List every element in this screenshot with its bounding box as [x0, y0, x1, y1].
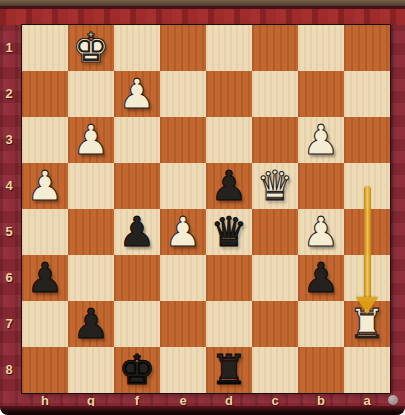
square-h7[interactable] — [22, 301, 68, 347]
square-b3[interactable]: ♟ — [298, 117, 344, 163]
square-c6[interactable] — [252, 255, 298, 301]
square-a8[interactable] — [344, 347, 390, 393]
piece-white-rook-a7[interactable]: ♜ — [349, 301, 386, 347]
piece-black-pawn-b6[interactable]: ♟ — [303, 255, 340, 301]
piece-black-pawn-h6[interactable]: ♟ — [27, 255, 64, 301]
rank-label-3: 3 — [1, 132, 17, 147]
square-d2[interactable] — [206, 71, 252, 117]
piece-white-pawn-h4[interactable]: ♟ — [27, 163, 64, 209]
square-c7[interactable] — [252, 301, 298, 347]
square-a6[interactable] — [344, 255, 390, 301]
square-h4[interactable]: ♟ — [22, 163, 68, 209]
square-f4[interactable] — [114, 163, 160, 209]
square-h6[interactable]: ♟ — [22, 255, 68, 301]
piece-black-pawn-f5[interactable]: ♟ — [119, 209, 156, 255]
square-d7[interactable] — [206, 301, 252, 347]
square-c5[interactable] — [252, 209, 298, 255]
square-e8[interactable] — [160, 347, 206, 393]
piece-black-pawn-g7[interactable]: ♟ — [73, 301, 110, 347]
square-g7[interactable]: ♟ — [68, 301, 114, 347]
square-g6[interactable] — [68, 255, 114, 301]
square-b8[interactable] — [298, 347, 344, 393]
square-c1[interactable] — [252, 25, 298, 71]
square-e1[interactable] — [160, 25, 206, 71]
square-a2[interactable] — [344, 71, 390, 117]
square-f6[interactable] — [114, 255, 160, 301]
rank-label-1: 1 — [1, 40, 17, 55]
piece-white-queen-c4[interactable]: ♛ — [257, 163, 294, 209]
square-b6[interactable]: ♟ — [298, 255, 344, 301]
square-a4[interactable] — [344, 163, 390, 209]
square-c3[interactable] — [252, 117, 298, 163]
square-g5[interactable] — [68, 209, 114, 255]
square-g2[interactable] — [68, 71, 114, 117]
square-f5[interactable]: ♟ — [114, 209, 160, 255]
square-g3[interactable]: ♟ — [68, 117, 114, 163]
corner-dot-icon — [388, 395, 398, 405]
square-d8[interactable]: ♜ — [206, 347, 252, 393]
piece-black-queen-d5[interactable]: ♛ — [211, 209, 248, 255]
piece-black-king-f8[interactable]: ♚ — [119, 347, 156, 393]
square-a1[interactable] — [344, 25, 390, 71]
square-b4[interactable] — [298, 163, 344, 209]
square-f2[interactable]: ♟ — [114, 71, 160, 117]
rank-label-7: 7 — [1, 316, 17, 331]
bottom-wood-band — [0, 406, 405, 415]
piece-white-pawn-g3[interactable]: ♟ — [73, 117, 110, 163]
square-h8[interactable] — [22, 347, 68, 393]
square-e3[interactable] — [160, 117, 206, 163]
square-c2[interactable] — [252, 71, 298, 117]
square-e5[interactable]: ♟ — [160, 209, 206, 255]
square-f8[interactable]: ♚ — [114, 347, 160, 393]
square-d4[interactable]: ♟ — [206, 163, 252, 209]
frame-top-band — [0, 9, 405, 25]
rank-label-2: 2 — [1, 86, 17, 101]
square-d1[interactable] — [206, 25, 252, 71]
square-b7[interactable] — [298, 301, 344, 347]
square-e7[interactable] — [160, 301, 206, 347]
square-a3[interactable] — [344, 117, 390, 163]
square-f3[interactable] — [114, 117, 160, 163]
rank-label-8: 8 — [1, 362, 17, 377]
piece-black-rook-d8[interactable]: ♜ — [211, 347, 248, 393]
square-f7[interactable] — [114, 301, 160, 347]
square-h5[interactable] — [22, 209, 68, 255]
square-a7[interactable]: ♜ — [344, 301, 390, 347]
square-g1[interactable]: ♚ — [68, 25, 114, 71]
square-g8[interactable] — [68, 347, 114, 393]
board-frame: ♚♟♟♟♟♟♛♟♟♛♟♟♟♟♜♚♜ — [22, 25, 390, 393]
square-b5[interactable]: ♟ — [298, 209, 344, 255]
chess-board[interactable]: ♚♟♟♟♟♟♛♟♟♛♟♟♟♟♜♚♜ — [22, 25, 390, 393]
square-d5[interactable]: ♛ — [206, 209, 252, 255]
square-c4[interactable]: ♛ — [252, 163, 298, 209]
square-d3[interactable] — [206, 117, 252, 163]
square-e4[interactable] — [160, 163, 206, 209]
piece-white-pawn-f2[interactable]: ♟ — [119, 71, 156, 117]
square-b1[interactable] — [298, 25, 344, 71]
rank-label-5: 5 — [1, 224, 17, 239]
square-c8[interactable] — [252, 347, 298, 393]
square-g4[interactable] — [68, 163, 114, 209]
square-a5[interactable] — [344, 209, 390, 255]
square-b2[interactable] — [298, 71, 344, 117]
piece-white-king-g1[interactable]: ♚ — [73, 25, 110, 71]
square-h3[interactable] — [22, 117, 68, 163]
square-f1[interactable] — [114, 25, 160, 71]
chess-board-widget: ♚♟♟♟♟♟♛♟♟♛♟♟♟♟♜♚♜ 12345678 hgfedcba — [0, 0, 405, 415]
piece-white-pawn-b5[interactable]: ♟ — [303, 209, 340, 255]
rank-label-4: 4 — [1, 178, 17, 193]
square-e2[interactable] — [160, 71, 206, 117]
square-h1[interactable] — [22, 25, 68, 71]
rank-label-6: 6 — [1, 270, 17, 285]
square-d6[interactable] — [206, 255, 252, 301]
piece-white-pawn-e5[interactable]: ♟ — [165, 209, 202, 255]
piece-black-pawn-d4[interactable]: ♟ — [211, 163, 248, 209]
square-e6[interactable] — [160, 255, 206, 301]
piece-white-pawn-b3[interactable]: ♟ — [303, 117, 340, 163]
square-h2[interactable] — [22, 71, 68, 117]
